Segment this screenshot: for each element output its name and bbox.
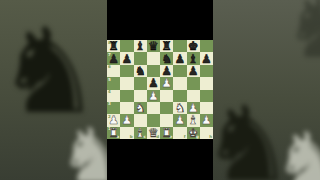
blurred-knight-decoration: ♞ (283, 0, 320, 70)
square-f3[interactable]: ♞ (173, 102, 186, 114)
square-e7[interactable]: ♞ (160, 52, 173, 64)
square-f2[interactable]: ♟ (173, 114, 186, 126)
square-d6[interactable] (147, 65, 160, 77)
file-coordinate-label: h (209, 135, 212, 139)
white-pawn[interactable]: ♟ (121, 114, 132, 126)
square-g7[interactable]: ♝ (187, 52, 200, 64)
white-rook[interactable]: ♜ (108, 127, 119, 139)
square-f7[interactable]: ♟ (173, 52, 186, 64)
video-frame: ♞♞ ♞♞♞ 8♜♝♛♜♚7♟♟♞♟♝♟6♞♟♟5♟♟4♟3♞♞♟2♟♟♟♝♟1… (0, 0, 320, 180)
square-b4[interactable] (120, 90, 133, 102)
black-knight[interactable]: ♞ (161, 53, 172, 65)
blurred-background-right: ♞♞♞ (213, 0, 320, 180)
square-h4[interactable] (200, 90, 213, 102)
black-pawn[interactable]: ♟ (188, 65, 199, 77)
square-b5[interactable] (120, 77, 133, 89)
square-e4[interactable] (160, 90, 173, 102)
square-c4[interactable] (134, 90, 147, 102)
square-d5[interactable]: ♟ (147, 77, 160, 89)
rank-coordinate-label: 4 (108, 90, 111, 94)
white-pawn[interactable]: ♟ (188, 102, 199, 114)
black-knight[interactable]: ♞ (135, 65, 146, 77)
square-d4[interactable]: ♟ (147, 90, 160, 102)
square-c7[interactable] (134, 52, 147, 64)
square-c5[interactable] (134, 77, 147, 89)
white-knight[interactable]: ♞ (135, 102, 146, 114)
square-g4[interactable] (187, 90, 200, 102)
square-f1[interactable]: f (173, 127, 186, 139)
square-g8[interactable]: ♚ (187, 40, 200, 52)
black-pawn[interactable]: ♟ (201, 53, 212, 65)
rank-coordinate-label: 3 (108, 102, 111, 106)
square-g1[interactable]: g♚ (187, 127, 200, 139)
square-c6[interactable]: ♞ (134, 65, 147, 77)
square-g2[interactable]: ♝ (187, 114, 200, 126)
square-h5[interactable] (200, 77, 213, 89)
black-bishop[interactable]: ♝ (188, 53, 199, 65)
black-pawn[interactable]: ♟ (108, 53, 119, 65)
square-b8[interactable] (120, 40, 133, 52)
square-g3[interactable]: ♟ (187, 102, 200, 114)
square-c8[interactable]: ♝ (134, 40, 147, 52)
black-pawn[interactable]: ♟ (121, 53, 132, 65)
square-a6[interactable]: 6 (107, 65, 120, 77)
square-b1[interactable]: b (120, 127, 133, 139)
white-rook[interactable]: ♜ (161, 127, 172, 139)
square-e5[interactable]: ♟ (160, 77, 173, 89)
square-f6[interactable] (173, 65, 186, 77)
square-e6[interactable]: ♟ (160, 65, 173, 77)
square-b6[interactable] (120, 65, 133, 77)
file-coordinate-label: b (130, 135, 133, 139)
white-pawn[interactable]: ♟ (108, 114, 119, 126)
square-d3[interactable] (147, 102, 160, 114)
square-h3[interactable] (200, 102, 213, 114)
square-a4[interactable]: 4 (107, 90, 120, 102)
letterbox-top (107, 0, 213, 40)
square-e2[interactable] (160, 114, 173, 126)
square-e8[interactable]: ♜ (160, 40, 173, 52)
square-a1[interactable]: 1a♜ (107, 127, 120, 139)
black-king[interactable]: ♚ (188, 40, 199, 52)
white-knight[interactable]: ♞ (174, 102, 185, 114)
square-h2[interactable]: ♟ (200, 114, 213, 126)
square-d8[interactable]: ♛ (147, 40, 160, 52)
square-e1[interactable]: e♜ (160, 127, 173, 139)
square-g5[interactable] (187, 77, 200, 89)
square-c3[interactable]: ♞ (134, 102, 147, 114)
vertical-video-area: 8♜♝♛♜♚7♟♟♞♟♝♟6♞♟♟5♟♟4♟3♞♞♟2♟♟♟♝♟1a♜bc♝d♛… (107, 0, 213, 180)
square-b3[interactable] (120, 102, 133, 114)
white-pawn[interactable]: ♟ (174, 114, 185, 126)
black-pawn[interactable]: ♟ (148, 77, 159, 89)
square-b2[interactable]: ♟ (120, 114, 133, 126)
square-a3[interactable]: 3 (107, 102, 120, 114)
black-bishop[interactable]: ♝ (135, 40, 146, 52)
square-d2[interactable] (147, 114, 160, 126)
chess-board[interactable]: 8♜♝♛♜♚7♟♟♞♟♝♟6♞♟♟5♟♟4♟3♞♞♟2♟♟♟♝♟1a♜bc♝d♛… (107, 40, 213, 139)
black-pawn[interactable]: ♟ (174, 53, 185, 65)
black-queen[interactable]: ♛ (148, 40, 159, 52)
file-coordinate-label: f (184, 135, 186, 139)
white-king[interactable]: ♚ (188, 127, 199, 139)
square-f4[interactable] (173, 90, 186, 102)
square-f5[interactable] (173, 77, 186, 89)
black-rook[interactable]: ♜ (161, 40, 172, 52)
white-pawn[interactable]: ♟ (148, 90, 159, 102)
blurred-knight-decoration: ♞ (273, 122, 320, 180)
white-pawn[interactable]: ♟ (201, 114, 212, 126)
square-a8[interactable]: 8♜ (107, 40, 120, 52)
rank-coordinate-label: 6 (108, 65, 111, 69)
square-f8[interactable] (173, 40, 186, 52)
square-a2[interactable]: 2♟ (107, 114, 120, 126)
black-pawn[interactable]: ♟ (161, 65, 172, 77)
white-pawn[interactable]: ♟ (161, 77, 172, 89)
square-h6[interactable] (200, 65, 213, 77)
square-c2[interactable] (134, 114, 147, 126)
square-a7[interactable]: 7♟ (107, 52, 120, 64)
rank-coordinate-label: 5 (108, 78, 111, 82)
blurred-background-left: ♞♞ (0, 0, 107, 180)
square-b7[interactable]: ♟ (120, 52, 133, 64)
letterbox-bottom (107, 139, 213, 180)
square-h1[interactable]: h (200, 127, 213, 139)
square-g6[interactable]: ♟ (187, 65, 200, 77)
blurred-knight-decoration: ♞ (58, 118, 107, 180)
square-h8[interactable] (200, 40, 213, 52)
square-d7[interactable] (147, 52, 160, 64)
square-c1[interactable]: c♝ (134, 127, 147, 139)
square-a5[interactable]: 5 (107, 77, 120, 89)
square-d1[interactable]: d♛ (147, 127, 160, 139)
black-rook[interactable]: ♜ (108, 40, 119, 52)
square-h7[interactable]: ♟ (200, 52, 213, 64)
white-bishop[interactable]: ♝ (188, 114, 199, 126)
square-e3[interactable] (160, 102, 173, 114)
white-bishop[interactable]: ♝ (135, 127, 146, 139)
white-queen[interactable]: ♛ (148, 127, 159, 139)
